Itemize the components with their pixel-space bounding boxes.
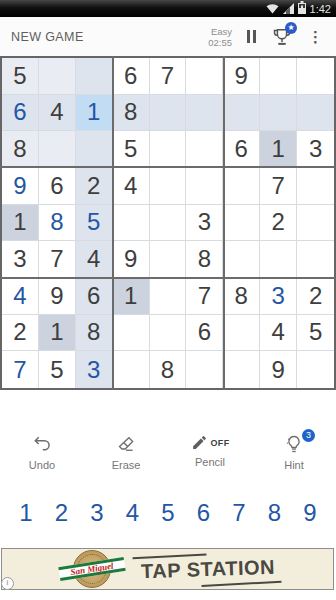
cell-r6c3[interactable]: 4 <box>76 241 113 278</box>
cell-signal-icon <box>283 0 294 18</box>
cell-r9c4[interactable] <box>113 351 150 388</box>
cell-r2c4[interactable]: 8 <box>113 95 150 132</box>
cell-r4c1[interactable]: 9 <box>2 168 39 205</box>
cell-r8c8[interactable]: 4 <box>260 315 297 352</box>
cell-r9c5[interactable]: 8 <box>150 351 187 388</box>
timer-value: 02:55 <box>208 37 232 48</box>
toolbar: Undo Erase OFF Pencil <box>0 422 336 472</box>
cell-r1c3[interactable] <box>76 58 113 95</box>
erase-label: Erase <box>112 459 141 471</box>
overflow-menu-icon[interactable]: ⋮ <box>306 28 325 46</box>
cell-r8c7[interactable] <box>223 315 260 352</box>
cell-r3c3[interactable] <box>76 131 113 168</box>
cell-r9c7[interactable] <box>223 351 260 388</box>
cell-r2c2[interactable]: 4 <box>39 95 76 132</box>
cell-r7c8[interactable]: 3 <box>260 278 297 315</box>
cell-r8c3[interactable]: 8 <box>76 315 113 352</box>
cell-r1c8[interactable] <box>260 58 297 95</box>
cell-r9c3[interactable]: 3 <box>76 351 113 388</box>
numpad-9[interactable]: 9 <box>297 499 323 527</box>
cell-r6c5[interactable] <box>150 241 187 278</box>
cell-r4c8[interactable]: 7 <box>260 168 297 205</box>
cell-r4c3[interactable]: 2 <box>76 168 113 205</box>
ad-banner[interactable]: San Miguel TAP STATION i <box>1 548 334 590</box>
numpad-3[interactable]: 3 <box>84 499 110 527</box>
box-border-horizontal-2 <box>0 277 336 279</box>
cell-r5c8[interactable]: 2 <box>260 205 297 242</box>
cell-r9c2[interactable]: 5 <box>39 351 76 388</box>
cell-r6c7[interactable] <box>223 241 260 278</box>
cell-r5c4[interactable] <box>113 205 150 242</box>
cell-r9c6[interactable] <box>186 351 223 388</box>
cell-r4c7[interactable] <box>223 168 260 205</box>
hint-button[interactable]: 3 Hint <box>252 422 336 472</box>
cell-r4c9[interactable] <box>297 168 334 205</box>
cell-r1c9[interactable] <box>297 58 334 95</box>
cell-r8c2[interactable]: 1 <box>39 315 76 352</box>
cell-r7c1[interactable]: 4 <box>2 278 39 315</box>
cell-r5c3[interactable]: 5 <box>76 205 113 242</box>
clock-time: 1:42 <box>310 3 331 15</box>
cell-r5c5[interactable] <box>150 205 187 242</box>
sudoku-board: 5679641885613962471853237498496178322186… <box>0 56 336 390</box>
pencil-button[interactable]: OFF Pencil <box>168 422 252 472</box>
cell-r8c5[interactable] <box>150 315 187 352</box>
cell-r8c6[interactable]: 6 <box>186 315 223 352</box>
cell-r3c8[interactable]: 1 <box>260 131 297 168</box>
cell-r6c8[interactable] <box>260 241 297 278</box>
cell-r1c6[interactable] <box>186 58 223 95</box>
lightbulb-icon <box>284 434 304 454</box>
cell-r2c9[interactable] <box>297 95 334 132</box>
cell-r7c4[interactable]: 1 <box>113 278 150 315</box>
box-border-vertical-1 <box>112 56 114 390</box>
cell-r2c5[interactable] <box>150 95 187 132</box>
cell-r7c6[interactable]: 7 <box>186 278 223 315</box>
cell-r3c7[interactable]: 6 <box>223 131 260 168</box>
numpad-8[interactable]: 8 <box>262 499 288 527</box>
hint-label: Hint <box>284 459 304 471</box>
pencil-icon <box>191 434 208 451</box>
numpad-5[interactable]: 5 <box>155 499 181 527</box>
ad-headline: TAP STATION <box>141 555 276 583</box>
hint-count-badge: 3 <box>302 429 315 442</box>
cell-r7c5[interactable] <box>150 278 187 315</box>
undo-icon <box>32 434 52 454</box>
pencil-label: Pencil <box>195 456 225 468</box>
numpad-7[interactable]: 7 <box>226 499 252 527</box>
cell-r6c2[interactable]: 7 <box>39 241 76 278</box>
number-pad: 123456789 <box>0 499 336 527</box>
cell-r7c2[interactable]: 9 <box>39 278 76 315</box>
cell-r4c5[interactable] <box>150 168 187 205</box>
cell-r5c9[interactable] <box>297 205 334 242</box>
cell-r9c8[interactable]: 9 <box>260 351 297 388</box>
cell-r2c3[interactable]: 1 <box>76 95 113 132</box>
numpad-4[interactable]: 4 <box>120 499 146 527</box>
eraser-icon <box>116 434 136 454</box>
trophy-star-badge: ★ <box>285 22 297 34</box>
cell-r1c2[interactable] <box>39 58 76 95</box>
cell-r7c7[interactable]: 8 <box>223 278 260 315</box>
cell-r3c9[interactable]: 3 <box>297 131 334 168</box>
cell-r6c1[interactable]: 3 <box>2 241 39 278</box>
cell-r4c6[interactable] <box>186 168 223 205</box>
trophy-button[interactable]: ★ <box>271 26 293 48</box>
pencil-state: OFF <box>211 438 230 448</box>
difficulty-timer: Easy 02:55 <box>208 26 232 48</box>
cell-r2c7[interactable] <box>223 95 260 132</box>
undo-button[interactable]: Undo <box>0 422 84 472</box>
numpad-6[interactable]: 6 <box>191 499 217 527</box>
cell-r3c5[interactable] <box>150 131 187 168</box>
cell-r5c2[interactable]: 8 <box>39 205 76 242</box>
wifi-icon <box>266 0 279 18</box>
cell-r9c9[interactable] <box>297 351 334 388</box>
cell-r7c9[interactable]: 2 <box>297 278 334 315</box>
erase-button[interactable]: Erase <box>84 422 168 472</box>
cell-r8c9[interactable]: 5 <box>297 315 334 352</box>
cell-r2c6[interactable] <box>186 95 223 132</box>
box-border-vertical-2 <box>223 56 225 390</box>
undo-label: Undo <box>29 459 55 471</box>
cell-r6c6[interactable]: 8 <box>186 241 223 278</box>
status-bar: 1:42 <box>0 0 336 17</box>
cell-r4c4[interactable]: 4 <box>113 168 150 205</box>
cell-r1c7[interactable]: 9 <box>223 58 260 95</box>
box-border-horizontal-1 <box>0 166 336 168</box>
cell-r2c1[interactable]: 6 <box>2 95 39 132</box>
difficulty-label: Easy <box>208 26 232 37</box>
cell-r6c4[interactable]: 9 <box>113 241 150 278</box>
cell-r1c4[interactable]: 6 <box>113 58 150 95</box>
cell-r1c1[interactable]: 5 <box>2 58 39 95</box>
cell-r5c1[interactable]: 1 <box>2 205 39 242</box>
trophy-icon <box>271 34 293 51</box>
cell-r9c1[interactable]: 7 <box>2 351 39 388</box>
cell-r1c5[interactable]: 7 <box>150 58 187 95</box>
cell-r3c1[interactable]: 8 <box>2 131 39 168</box>
cell-r4c2[interactable]: 6 <box>39 168 76 205</box>
app-bar: NEW GAME Easy 02:55 ★ ⋮ <box>0 17 336 56</box>
page-title: NEW GAME <box>11 30 84 44</box>
cell-r6c9[interactable] <box>297 241 334 278</box>
numpad-2[interactable]: 2 <box>49 499 75 527</box>
san-miguel-logo: San Miguel <box>59 550 125 588</box>
numpad-1[interactable]: 1 <box>13 499 39 527</box>
cell-r3c6[interactable] <box>186 131 223 168</box>
cell-r3c2[interactable] <box>39 131 76 168</box>
cell-r8c4[interactable] <box>113 315 150 352</box>
ad-info-icon[interactable]: i <box>1 577 14 590</box>
cell-r7c3[interactable]: 6 <box>76 278 113 315</box>
cell-r3c4[interactable]: 5 <box>113 131 150 168</box>
battery-icon <box>298 0 306 18</box>
cell-r5c7[interactable] <box>223 205 260 242</box>
pause-button[interactable] <box>245 28 258 45</box>
cell-r2c8[interactable] <box>260 95 297 132</box>
cell-r8c1[interactable]: 2 <box>2 315 39 352</box>
cell-r5c6[interactable]: 3 <box>186 205 223 242</box>
